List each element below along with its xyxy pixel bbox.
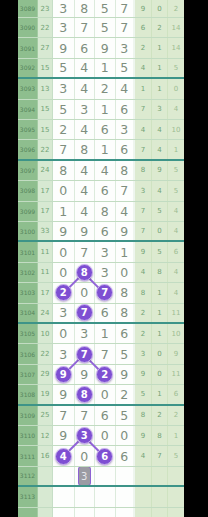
- digit-glyph: 9: [59, 224, 67, 239]
- digit-glyph: 0: [101, 387, 109, 402]
- digit-glyph: 8: [120, 285, 128, 300]
- draw-row: 3113: [18, 487, 184, 507]
- digit-cell: 8: [53, 161, 74, 180]
- stat-cell: 2: [167, 406, 184, 425]
- stat-cell: 4: [135, 446, 151, 465]
- prediction-digit-box[interactable]: 3: [78, 467, 91, 485]
- digit-cell: 3: [74, 426, 95, 445]
- draw-row: 3100 33 9 9 6 9 7 0 4: [18, 222, 184, 242]
- digit-cell: [94, 508, 115, 517]
- digit-glyph: 7: [59, 142, 67, 157]
- stat-cell: 5: [167, 161, 184, 180]
- sum-cell: [38, 487, 53, 506]
- period-cell: 3108: [18, 385, 38, 403]
- sum-cell: [38, 508, 53, 517]
- sum-cell: 22: [38, 18, 53, 37]
- digit-cell: 0: [94, 426, 115, 445]
- digit-glyph: 7: [80, 245, 88, 260]
- draw-row: 3102 11 0 8 3 0 4 8 4: [18, 263, 184, 283]
- digit-glyph: 1: [101, 326, 109, 341]
- stat-cell: 9: [151, 161, 167, 180]
- period-cell: 3094: [18, 100, 38, 119]
- digit-glyph: 0: [59, 265, 67, 280]
- digit-glyph: 8: [76, 386, 93, 403]
- digit-glyph: 9: [80, 224, 88, 239]
- digit-cell: [115, 508, 136, 517]
- digit-glyph: 9: [55, 366, 72, 383]
- period-cell: 3107: [18, 365, 38, 384]
- draw-row: 3092 15 5 4 1 5 4 1 5: [18, 59, 184, 79]
- digit-cell: 8: [94, 202, 115, 221]
- digit-cell: 4: [74, 59, 95, 77]
- digit-cell: 5: [94, 0, 115, 17]
- digit-cell: 5: [53, 100, 74, 119]
- stat-cell: [151, 467, 167, 485]
- digit-cell: 5: [94, 18, 115, 37]
- digit-glyph: 2: [55, 284, 72, 301]
- stat-cell: 6: [167, 242, 184, 261]
- digit-cell: 4: [115, 79, 136, 98]
- sum-cell: 33: [38, 222, 53, 240]
- digit-cell: 1: [53, 202, 74, 221]
- digit-cell: 0: [94, 385, 115, 403]
- digit-cell: 8: [115, 283, 136, 302]
- digit-glyph: 6: [101, 305, 109, 320]
- digit-cell: 3: [74, 324, 95, 343]
- digit-cell: 8: [74, 0, 95, 17]
- digit-glyph: 7: [59, 408, 67, 423]
- digit-glyph: 2: [59, 122, 67, 137]
- stat-cell: 1: [151, 38, 167, 57]
- period-cell: 3106: [18, 344, 38, 363]
- digit-cell: 7: [53, 406, 74, 425]
- digit-cell: 8: [74, 263, 95, 282]
- digit-cell: 2: [94, 365, 115, 384]
- digit-glyph: 8: [80, 142, 88, 157]
- stat-cell: 5: [167, 181, 184, 200]
- digit-cell: 6: [115, 140, 136, 158]
- digit-glyph: 7: [76, 346, 93, 363]
- draw-row: 3101 11 0 7 3 1 9 5 6: [18, 242, 184, 262]
- digit-cell: 8: [74, 140, 95, 158]
- digit-glyph: 4: [80, 60, 88, 75]
- digit-cell: 2: [53, 283, 74, 302]
- period-cell: 3110: [18, 426, 38, 445]
- stat-cell: 2: [135, 38, 151, 57]
- sum-cell: 16: [38, 446, 53, 465]
- digit-glyph: 6: [120, 326, 128, 341]
- digit-cell: 3: [53, 344, 74, 363]
- digit-glyph: 7: [120, 20, 128, 35]
- draw-row: 3107 29 9 9 2 9 9 0 11: [18, 365, 184, 385]
- stat-cell: 4: [135, 263, 151, 282]
- stat-cell: 10: [167, 120, 184, 139]
- digit-cell: 6: [115, 446, 136, 465]
- sum-cell: 17: [38, 283, 53, 302]
- draw-row: 3106 22 3 7 7 5 3 0 9: [18, 344, 184, 364]
- stat-cell: 4: [167, 283, 184, 302]
- digit-cell: 7: [115, 18, 136, 37]
- stat-cell: [167, 508, 184, 517]
- sum-cell: 11: [38, 242, 53, 261]
- digit-glyph: 6: [80, 41, 88, 56]
- digit-glyph: 0: [101, 428, 109, 443]
- digit-cell: 6: [74, 38, 95, 57]
- digit-cell: 6: [94, 406, 115, 425]
- digit-glyph: 3: [59, 81, 67, 96]
- digit-cell: 9: [115, 222, 136, 240]
- stat-cell: [167, 467, 184, 485]
- digit-cell: 4: [53, 446, 74, 465]
- period-cell: 3091: [18, 38, 38, 57]
- draw-row: [18, 508, 184, 517]
- digit-glyph: 6: [120, 449, 128, 464]
- stat-cell: 1: [167, 140, 184, 158]
- digit-glyph: 9: [59, 41, 67, 56]
- stat-cell: 10: [167, 324, 184, 343]
- digit-cell: 5: [53, 59, 74, 77]
- stat-cell: 0: [151, 222, 167, 240]
- stat-cell: [135, 467, 151, 485]
- period-cell: 3101: [18, 242, 38, 261]
- digit-glyph: 4: [80, 204, 88, 219]
- stat-cell: 7: [135, 202, 151, 221]
- digit-cell: [94, 487, 115, 506]
- digit-glyph: 7: [76, 304, 93, 321]
- digit-cell: 0: [53, 324, 74, 343]
- draw-row: 3112 3: [18, 467, 184, 487]
- digit-glyph: 5: [101, 20, 109, 35]
- stat-cell: 2: [151, 406, 167, 425]
- stat-cell: 5: [167, 446, 184, 465]
- stat-cell: 2: [135, 324, 151, 343]
- sum-cell: 17: [38, 202, 53, 221]
- digit-cell: [53, 467, 74, 485]
- sum-cell: 15: [38, 100, 53, 119]
- digit-glyph: 1: [101, 102, 109, 117]
- digit-cell: [74, 487, 95, 506]
- digit-glyph: 3: [120, 41, 128, 56]
- digit-glyph: 6: [96, 448, 113, 465]
- digit-cell: 4: [74, 202, 95, 221]
- draw-row: 3108 19 9 8 0 2 5 1 6: [18, 385, 184, 405]
- stat-cell: [135, 508, 151, 517]
- digit-cell: 9: [53, 426, 74, 445]
- stat-cell: 1: [151, 79, 167, 98]
- digit-glyph: 5: [59, 102, 67, 117]
- digit-glyph: 1: [101, 60, 109, 75]
- period-cell: 3090: [18, 18, 38, 37]
- digit-glyph: 4: [80, 163, 88, 178]
- digit-cell: 7: [74, 406, 95, 425]
- digit-cell: 9: [115, 365, 136, 384]
- digit-cell: 4: [74, 79, 95, 98]
- period-cell: 3093: [18, 79, 38, 98]
- digit-glyph: 6: [101, 122, 109, 137]
- digit-cell: 7: [94, 283, 115, 302]
- digit-glyph: 4: [80, 81, 88, 96]
- digit-cell: 0: [115, 426, 136, 445]
- digit-glyph: 4: [80, 122, 88, 137]
- digit-cell: 4: [74, 161, 95, 180]
- digit-glyph: 3: [120, 122, 128, 137]
- digit-cell: 3: [115, 38, 136, 57]
- digit-glyph: 3: [101, 245, 109, 260]
- digit-cell: 9: [74, 365, 95, 384]
- digit-glyph: 9: [120, 224, 128, 239]
- digit-glyph: 8: [101, 204, 109, 219]
- digit-cell: 6: [94, 304, 115, 322]
- stat-cell: 7: [135, 222, 151, 240]
- digit-glyph: 8: [80, 1, 88, 16]
- stat-cell: 4: [167, 263, 184, 282]
- period-cell: 3105: [18, 324, 38, 343]
- digit-cell: 7: [74, 304, 95, 322]
- digit-cell: [53, 508, 74, 517]
- digit-cell: 1: [94, 324, 115, 343]
- period-cell: 3098: [18, 181, 38, 200]
- period-cell: 3089: [18, 0, 38, 17]
- digit-cell: 6: [94, 446, 115, 465]
- sum-cell: 24: [38, 161, 53, 180]
- digit-glyph: 7: [80, 408, 88, 423]
- period-cell: 3092: [18, 59, 38, 77]
- digit-cell: 3: [74, 467, 95, 485]
- digit-cell: 9: [74, 222, 95, 240]
- stat-cell: 0: [151, 0, 167, 17]
- digit-cell: 5: [115, 59, 136, 77]
- stat-cell: 1: [151, 283, 167, 302]
- digit-cell: 9: [53, 385, 74, 403]
- digit-cell: [53, 487, 74, 506]
- stat-cell: 1: [151, 59, 167, 77]
- digit-glyph: 9: [59, 428, 67, 443]
- draw-row: 3098 17 0 4 6 7 3 4 5: [18, 181, 184, 201]
- digit-glyph: 3: [59, 347, 67, 362]
- digit-glyph: 5: [59, 60, 67, 75]
- digit-glyph: 6: [101, 408, 109, 423]
- stat-cell: 3: [135, 344, 151, 363]
- digit-cell: 2: [53, 120, 74, 139]
- digit-glyph: 5: [101, 1, 109, 16]
- stat-cell: 1: [151, 304, 167, 322]
- digit-glyph: 8: [76, 264, 93, 281]
- period-cell: 3097: [18, 161, 38, 180]
- sum-cell: 10: [38, 324, 53, 343]
- stat-cell: 1: [135, 79, 151, 98]
- digit-glyph: 3: [76, 427, 93, 444]
- sum-cell: 11: [38, 263, 53, 282]
- sum-cell: 25: [38, 406, 53, 425]
- digit-cell: [74, 508, 95, 517]
- digit-cell: 8: [115, 304, 136, 322]
- digit-cell: 1: [94, 140, 115, 158]
- sum-cell: 22: [38, 140, 53, 158]
- digit-glyph: 1: [120, 245, 128, 260]
- digit-cell: 0: [115, 263, 136, 282]
- digit-glyph: 3: [59, 1, 67, 16]
- stat-cell: 1: [151, 385, 167, 403]
- digit-glyph: 0: [80, 449, 88, 464]
- digit-cell: 9: [53, 365, 74, 384]
- digit-glyph: 2: [101, 81, 109, 96]
- digit-cell: 3: [53, 79, 74, 98]
- stat-cell: 8: [135, 283, 151, 302]
- digit-glyph: 1: [101, 142, 109, 157]
- sum-cell: 12: [38, 426, 53, 445]
- stat-cell: 11: [167, 304, 184, 322]
- stat-cell: 1: [167, 426, 184, 445]
- digit-cell: 3: [74, 100, 95, 119]
- digit-cell: 8: [115, 161, 136, 180]
- digit-cell: 6: [94, 222, 115, 240]
- draw-row: 3105 10 0 3 1 6 2 1 10: [18, 324, 184, 344]
- stat-cell: 6: [167, 385, 184, 403]
- digit-cell: 2: [115, 385, 136, 403]
- digit-cell: 7: [53, 140, 74, 158]
- draw-row: 3093 13 3 4 2 4 1 1 0: [18, 79, 184, 99]
- draw-row: 3104 24 3 7 6 8 2 1 11: [18, 304, 184, 324]
- digit-glyph: 9: [59, 387, 67, 402]
- digit-glyph: 0: [59, 326, 67, 341]
- sum-cell: 27: [38, 38, 53, 57]
- digit-glyph: 3: [80, 102, 88, 117]
- period-cell: 3113: [18, 487, 38, 506]
- digit-cell: 0: [53, 181, 74, 200]
- digit-glyph: 6: [120, 142, 128, 157]
- digit-glyph: 8: [120, 163, 128, 178]
- digit-cell: 9: [53, 222, 74, 240]
- stat-cell: 8: [135, 406, 151, 425]
- digit-cell: 4: [74, 181, 95, 200]
- stat-cell: [167, 487, 184, 506]
- sum-cell: 29: [38, 365, 53, 384]
- digit-glyph: 8: [59, 163, 67, 178]
- stat-cell: 11: [167, 365, 184, 384]
- digit-cell: 7: [74, 18, 95, 37]
- digit-glyph: 4: [80, 183, 88, 198]
- digit-glyph: 6: [120, 102, 128, 117]
- stat-cell: 4: [167, 202, 184, 221]
- digit-cell: 8: [74, 385, 95, 403]
- period-cell: 3100: [18, 222, 38, 240]
- draw-row: 3097 24 8 4 4 8 8 9 5: [18, 161, 184, 181]
- stat-cell: 4: [151, 140, 167, 158]
- digit-glyph: 0: [59, 245, 67, 260]
- sum-cell: 13: [38, 79, 53, 98]
- stat-cell: 4: [135, 120, 151, 139]
- digit-cell: 1: [94, 59, 115, 77]
- digit-glyph: 6: [101, 224, 109, 239]
- digit-glyph: 9: [80, 367, 88, 382]
- digit-cell: 3: [94, 263, 115, 282]
- digit-glyph: 0: [120, 428, 128, 443]
- digit-cell: 3: [115, 120, 136, 139]
- period-cell: 3111: [18, 446, 38, 465]
- digit-cell: [115, 467, 136, 485]
- stat-cell: 7: [135, 140, 151, 158]
- digit-glyph: 5: [120, 60, 128, 75]
- digit-glyph: 4: [55, 448, 72, 465]
- digit-glyph: 0: [59, 183, 67, 198]
- digit-cell: 3: [94, 242, 115, 261]
- digit-cell: 5: [115, 344, 136, 363]
- stat-cell: 4: [135, 59, 151, 77]
- period-cell: 3099: [18, 202, 38, 221]
- stat-cell: 14: [167, 38, 184, 57]
- draw-row: 3103 17 2 0 7 8 8 1 4: [18, 283, 184, 303]
- sum-cell: 24: [38, 304, 53, 322]
- stat-cell: 5: [135, 385, 151, 403]
- stat-cell: [151, 508, 167, 517]
- lottery-trend-screen: 3089 23 3 8 5 7 9 0 2 3090 22 3 7 5 7 6 …: [0, 0, 208, 517]
- digit-glyph: 9: [120, 367, 128, 382]
- stat-cell: 5: [151, 202, 167, 221]
- digit-cell: 3: [53, 0, 74, 17]
- digit-glyph: 0: [120, 265, 128, 280]
- draw-row: 3111 16 4 0 6 6 4 7 5: [18, 446, 184, 466]
- digit-cell: 9: [94, 38, 115, 57]
- digit-glyph: 5: [120, 408, 128, 423]
- digit-cell: 2: [94, 79, 115, 98]
- digit-glyph: 3: [101, 265, 109, 280]
- draw-row: 3096 22 7 8 1 6 7 4 1: [18, 140, 184, 160]
- stat-cell: 2: [135, 304, 151, 322]
- digit-cell: 3: [53, 304, 74, 322]
- stat-cell: 4: [151, 181, 167, 200]
- digit-glyph: 7: [80, 20, 88, 35]
- digit-glyph: 3: [59, 20, 67, 35]
- stat-cell: 6: [135, 18, 151, 37]
- digit-glyph: 1: [59, 204, 67, 219]
- sum-cell: 19: [38, 385, 53, 403]
- digit-cell: 4: [115, 202, 136, 221]
- stat-cell: 9: [135, 426, 151, 445]
- stat-cell: 1: [151, 324, 167, 343]
- digit-glyph: 3: [80, 326, 88, 341]
- digit-glyph: 2: [96, 366, 113, 383]
- digit-glyph: 3: [59, 305, 67, 320]
- digit-cell: 6: [94, 120, 115, 139]
- sum-cell: 23: [38, 0, 53, 17]
- draw-row: 3094 15 5 3 1 6 7 3 4: [18, 100, 184, 120]
- stat-cell: 8: [151, 426, 167, 445]
- digit-glyph: 0: [80, 285, 88, 300]
- stat-cell: 0: [167, 79, 184, 98]
- stat-cell: 9: [167, 344, 184, 363]
- period-cell: 3096: [18, 140, 38, 158]
- period-cell: 3103: [18, 283, 38, 302]
- digit-glyph: 2: [120, 387, 128, 402]
- digit-cell: 1: [94, 100, 115, 119]
- stat-cell: 7: [135, 100, 151, 119]
- stat-cell: 7: [151, 446, 167, 465]
- period-cell: 3102: [18, 263, 38, 282]
- digit-glyph: 7: [120, 183, 128, 198]
- period-cell: [18, 508, 38, 517]
- digit-cell: 0: [74, 283, 95, 302]
- stat-cell: 0: [151, 365, 167, 384]
- digit-cell: 7: [115, 0, 136, 17]
- draw-history-table: 3089 23 3 8 5 7 9 0 2 3090 22 3 7 5 7 6 …: [18, 0, 184, 517]
- draw-row: 3090 22 3 7 5 7 6 2 14: [18, 18, 184, 38]
- draw-row: 3099 17 1 4 8 4 7 5 4: [18, 202, 184, 222]
- digit-glyph: 8: [120, 305, 128, 320]
- digit-cell: 6: [115, 324, 136, 343]
- digit-glyph: 4: [120, 204, 128, 219]
- period-cell: 3095: [18, 120, 38, 139]
- draw-row: 3109 25 7 7 6 5 8 2 2: [18, 406, 184, 426]
